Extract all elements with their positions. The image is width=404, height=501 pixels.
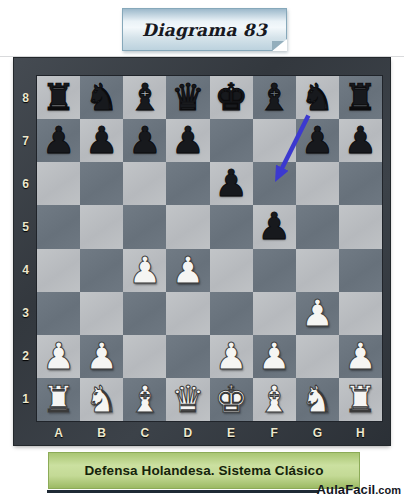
- diagram-title-banner: Diagrama 83: [122, 8, 287, 51]
- square-g2: [296, 335, 339, 378]
- chessboard: 87654321 ♜♞♝♛♚♝♞♜♟♟♟♟♟♟♟♟♟♟♟♟♟♟♟♟♜♞♝♛♚♝♞…: [14, 58, 390, 445]
- square-g3: ♟: [296, 292, 339, 335]
- black-pawn-c7: ♟: [128, 119, 161, 162]
- white-knight-g1: ♞: [301, 378, 334, 421]
- black-queen-d8: ♛: [171, 76, 204, 119]
- square-h4: [339, 249, 382, 292]
- divider-line: [47, 490, 319, 493]
- file-label-a: A: [37, 421, 80, 445]
- white-queen-d1: ♛: [171, 378, 204, 421]
- square-a1: ♜: [37, 378, 80, 421]
- caption-text: Defensa Holandesa. Sistema Clásico: [85, 463, 324, 478]
- white-rook-a1: ♜: [42, 378, 75, 421]
- caption-banner: Defensa Holandesa. Sistema Clásico: [48, 452, 360, 489]
- watermark: AulaFacil .com: [317, 482, 401, 497]
- square-d4: ♟: [166, 249, 209, 292]
- square-d6: [166, 162, 209, 205]
- square-b4: [80, 249, 123, 292]
- square-e8: ♚: [210, 76, 253, 119]
- black-knight-g8: ♞: [301, 76, 334, 119]
- black-pawn-e6: ♟: [214, 162, 247, 205]
- square-c6: [123, 162, 166, 205]
- black-pawn-g7: ♟: [301, 119, 334, 162]
- square-b2: ♟: [80, 335, 123, 378]
- square-h7: ♟: [339, 119, 382, 162]
- diagram-title: Diagrama 83: [142, 20, 267, 40]
- rank-label-6: 6: [14, 162, 37, 205]
- rank-label-2: 2: [14, 335, 37, 378]
- square-g4: [296, 249, 339, 292]
- square-f1: ♝: [253, 378, 296, 421]
- square-a4: [37, 249, 80, 292]
- square-d1: ♛: [166, 378, 209, 421]
- file-label-f: F: [253, 421, 296, 445]
- divider-top: [0, 56, 404, 57]
- black-bishop-f8: ♝: [258, 76, 291, 119]
- square-d7: ♟: [166, 119, 209, 162]
- square-a7: ♟: [37, 119, 80, 162]
- black-king-e8: ♚: [214, 76, 247, 119]
- square-e5: [210, 205, 253, 248]
- square-h8: ♜: [339, 76, 382, 119]
- square-b5: [80, 205, 123, 248]
- white-pawn-h2: ♟: [344, 335, 377, 378]
- white-pawn-f2: ♟: [258, 335, 291, 378]
- square-e6: ♟: [210, 162, 253, 205]
- rank-label-8: 8: [14, 76, 37, 119]
- black-pawn-d7: ♟: [171, 119, 204, 162]
- watermark-tld: .com: [375, 484, 401, 496]
- square-c1: ♝: [123, 378, 166, 421]
- rank-label-4: 4: [14, 249, 37, 292]
- white-king-e1: ♚: [214, 378, 247, 421]
- file-label-b: B: [80, 421, 123, 445]
- square-g1: ♞: [296, 378, 339, 421]
- rank-label-1: 1: [14, 378, 37, 421]
- square-h3: [339, 292, 382, 335]
- square-d2: [166, 335, 209, 378]
- file-label-d: D: [166, 421, 209, 445]
- black-bishop-c8: ♝: [128, 76, 161, 119]
- white-bishop-c1: ♝: [128, 378, 161, 421]
- square-f5: ♟: [253, 205, 296, 248]
- white-pawn-e2: ♟: [214, 335, 247, 378]
- black-pawn-a7: ♟: [42, 119, 75, 162]
- square-g5: [296, 205, 339, 248]
- white-pawn-d4: ♟: [171, 249, 204, 292]
- square-b7: ♟: [80, 119, 123, 162]
- square-h6: [339, 162, 382, 205]
- square-h1: ♜: [339, 378, 382, 421]
- page: Diagrama 83 87654321 ♜♞♝♛♚♝♞♜♟♟♟♟♟♟♟♟♟♟♟…: [0, 0, 404, 501]
- file-labels: ABCDEFGH: [37, 421, 382, 445]
- square-f4: [253, 249, 296, 292]
- rank-label-3: 3: [14, 292, 37, 335]
- square-b3: [80, 292, 123, 335]
- square-c3: [123, 292, 166, 335]
- square-e4: [210, 249, 253, 292]
- square-e1: ♚: [210, 378, 253, 421]
- square-h5: [339, 205, 382, 248]
- rank-label-7: 7: [14, 119, 37, 162]
- square-b6: [80, 162, 123, 205]
- file-label-c: C: [123, 421, 166, 445]
- square-e7: [210, 119, 253, 162]
- watermark-name: AulaFacil: [317, 482, 376, 497]
- white-knight-b1: ♞: [85, 378, 118, 421]
- square-g6: [296, 162, 339, 205]
- white-pawn-a2: ♟: [42, 335, 75, 378]
- square-c2: [123, 335, 166, 378]
- black-pawn-b7: ♟: [85, 119, 118, 162]
- black-knight-b8: ♞: [85, 76, 118, 119]
- square-b8: ♞: [80, 76, 123, 119]
- square-c7: ♟: [123, 119, 166, 162]
- square-c5: [123, 205, 166, 248]
- square-e2: ♟: [210, 335, 253, 378]
- white-rook-h1: ♜: [344, 378, 377, 421]
- square-a5: [37, 205, 80, 248]
- file-label-e: E: [210, 421, 253, 445]
- square-d8: ♛: [166, 76, 209, 119]
- rank-label-5: 5: [14, 205, 37, 248]
- square-g8: ♞: [296, 76, 339, 119]
- file-label-h: H: [339, 421, 382, 445]
- square-f6: [253, 162, 296, 205]
- black-pawn-h7: ♟: [344, 119, 377, 162]
- square-f8: ♝: [253, 76, 296, 119]
- square-b1: ♞: [80, 378, 123, 421]
- square-g7: ♟: [296, 119, 339, 162]
- board-grid: ♜♞♝♛♚♝♞♜♟♟♟♟♟♟♟♟♟♟♟♟♟♟♟♟♜♞♝♛♚♝♞♜: [37, 76, 382, 421]
- square-h2: ♟: [339, 335, 382, 378]
- square-a2: ♟: [37, 335, 80, 378]
- black-rook-h8: ♜: [344, 76, 377, 119]
- black-pawn-f5: ♟: [258, 205, 291, 248]
- rank-labels: 87654321: [14, 76, 37, 421]
- square-d5: [166, 205, 209, 248]
- file-label-g: G: [296, 421, 339, 445]
- square-a6: [37, 162, 80, 205]
- square-a8: ♜: [37, 76, 80, 119]
- square-d3: [166, 292, 209, 335]
- square-e3: [210, 292, 253, 335]
- square-f2: ♟: [253, 335, 296, 378]
- white-bishop-f1: ♝: [258, 378, 291, 421]
- square-f3: [253, 292, 296, 335]
- square-c4: ♟: [123, 249, 166, 292]
- black-rook-a8: ♜: [42, 76, 75, 119]
- square-a3: [37, 292, 80, 335]
- white-pawn-g3: ♟: [301, 292, 334, 335]
- square-c8: ♝: [123, 76, 166, 119]
- white-pawn-b2: ♟: [85, 335, 118, 378]
- square-f7: [253, 119, 296, 162]
- white-pawn-c4: ♟: [128, 249, 161, 292]
